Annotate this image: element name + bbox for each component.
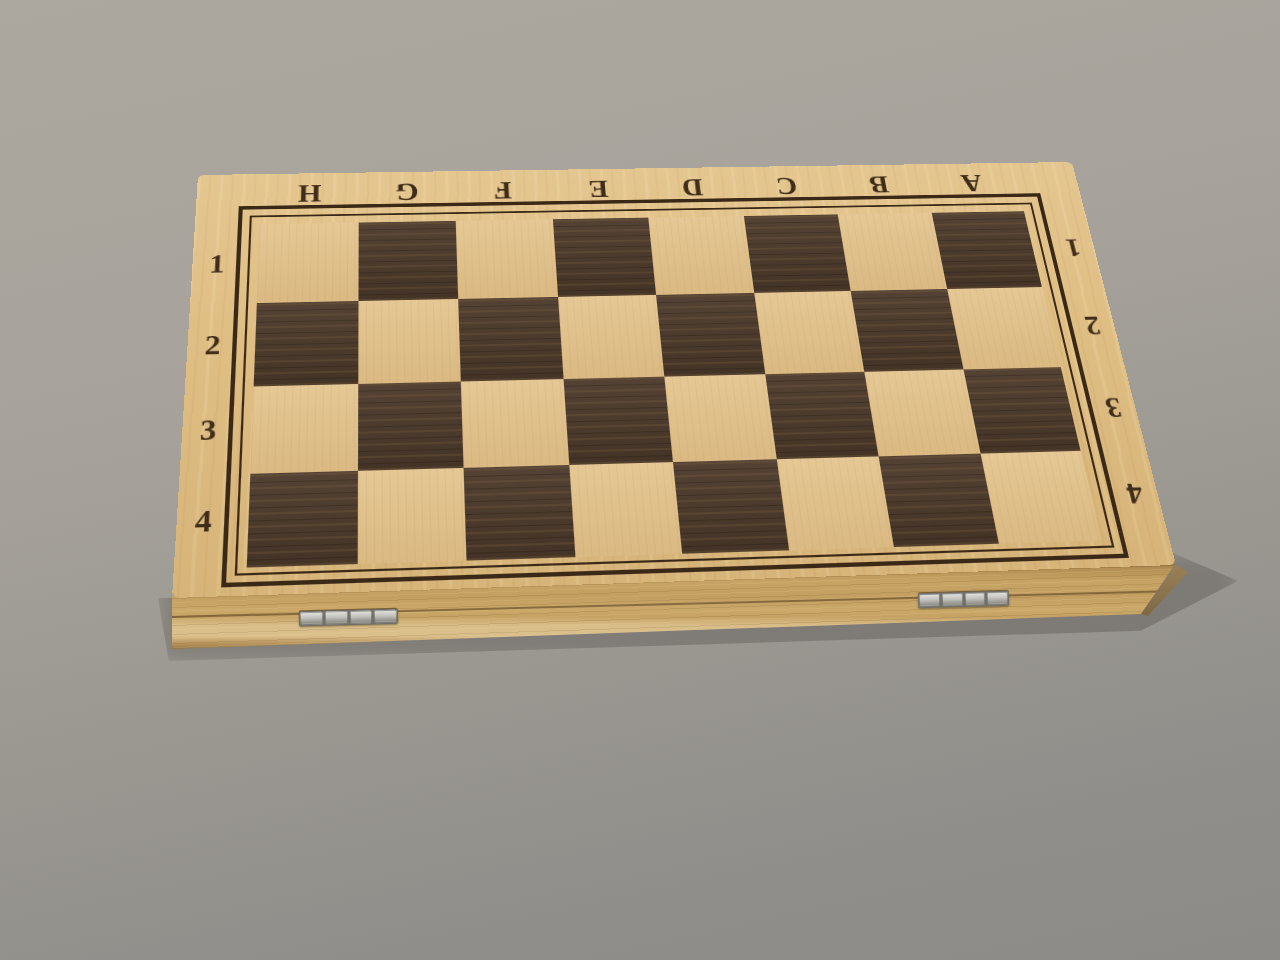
square-a2 <box>947 287 1061 369</box>
photo-scene: HGFEDCBA 1234 1234 <box>0 0 1280 960</box>
hinge-knuckle <box>987 592 1008 606</box>
square-c3 <box>765 371 879 459</box>
hinge-right <box>918 591 1009 609</box>
rank-label-left-1: 1 <box>197 225 237 304</box>
square-g3 <box>357 381 463 471</box>
square-e3 <box>563 376 673 465</box>
hinge-knuckle <box>349 610 372 624</box>
file-label-f: F <box>454 171 552 210</box>
square-g4 <box>357 468 466 564</box>
hinge-knuckle <box>300 612 323 626</box>
chess-box-top-face: HGFEDCBA 1234 1234 <box>172 162 1176 598</box>
file-label-e: E <box>549 170 647 209</box>
square-b2 <box>851 289 963 372</box>
square-c4 <box>776 457 894 551</box>
rank-label-left-2: 2 <box>192 303 234 387</box>
square-f1 <box>456 219 558 298</box>
square-h1 <box>257 223 358 303</box>
square-f4 <box>464 465 575 560</box>
square-f3 <box>461 379 569 469</box>
square-c1 <box>743 214 850 292</box>
square-b3 <box>864 369 980 457</box>
hinge-knuckle <box>325 611 348 625</box>
square-d3 <box>664 374 776 463</box>
square-b1 <box>838 213 947 291</box>
square-h4 <box>247 471 358 567</box>
square-d1 <box>648 216 753 295</box>
file-label-a: A <box>922 165 1022 203</box>
rank-labels-left: 1234 <box>181 225 237 570</box>
rank-label-left-3: 3 <box>186 387 229 476</box>
board-grid <box>247 211 1102 567</box>
square-e4 <box>569 462 682 557</box>
hinge-knuckle <box>942 593 963 607</box>
rank-label-left-4: 4 <box>181 475 225 570</box>
file-label-g: G <box>358 173 455 212</box>
square-g1 <box>358 221 458 301</box>
rank-label-right-1: 1 <box>1047 210 1099 286</box>
square-a1 <box>931 211 1042 289</box>
square-h2 <box>254 301 358 386</box>
rank-label-right-2: 2 <box>1066 286 1120 366</box>
square-e2 <box>558 295 665 379</box>
hinge-knuckle <box>374 610 397 624</box>
square-c2 <box>754 291 864 374</box>
square-d4 <box>673 459 789 553</box>
square-b4 <box>879 454 999 547</box>
hinge-knuckle <box>919 594 940 608</box>
file-label-c: C <box>737 167 836 205</box>
rank-label-right-4: 4 <box>1106 449 1165 539</box>
square-h3 <box>250 383 357 474</box>
square-g2 <box>358 299 461 384</box>
hinge-knuckle <box>964 592 985 606</box>
file-labels: HGFEDCBA <box>260 165 1021 214</box>
file-label-d: D <box>643 169 742 208</box>
file-label-h: H <box>260 174 358 213</box>
hinge-left <box>299 609 398 627</box>
square-f2 <box>458 297 563 381</box>
square-a3 <box>963 367 1081 454</box>
square-e1 <box>552 218 656 297</box>
rank-label-right-3: 3 <box>1085 365 1142 450</box>
file-label-b: B <box>830 166 929 204</box>
square-d2 <box>656 293 765 376</box>
square-a4 <box>980 451 1102 544</box>
